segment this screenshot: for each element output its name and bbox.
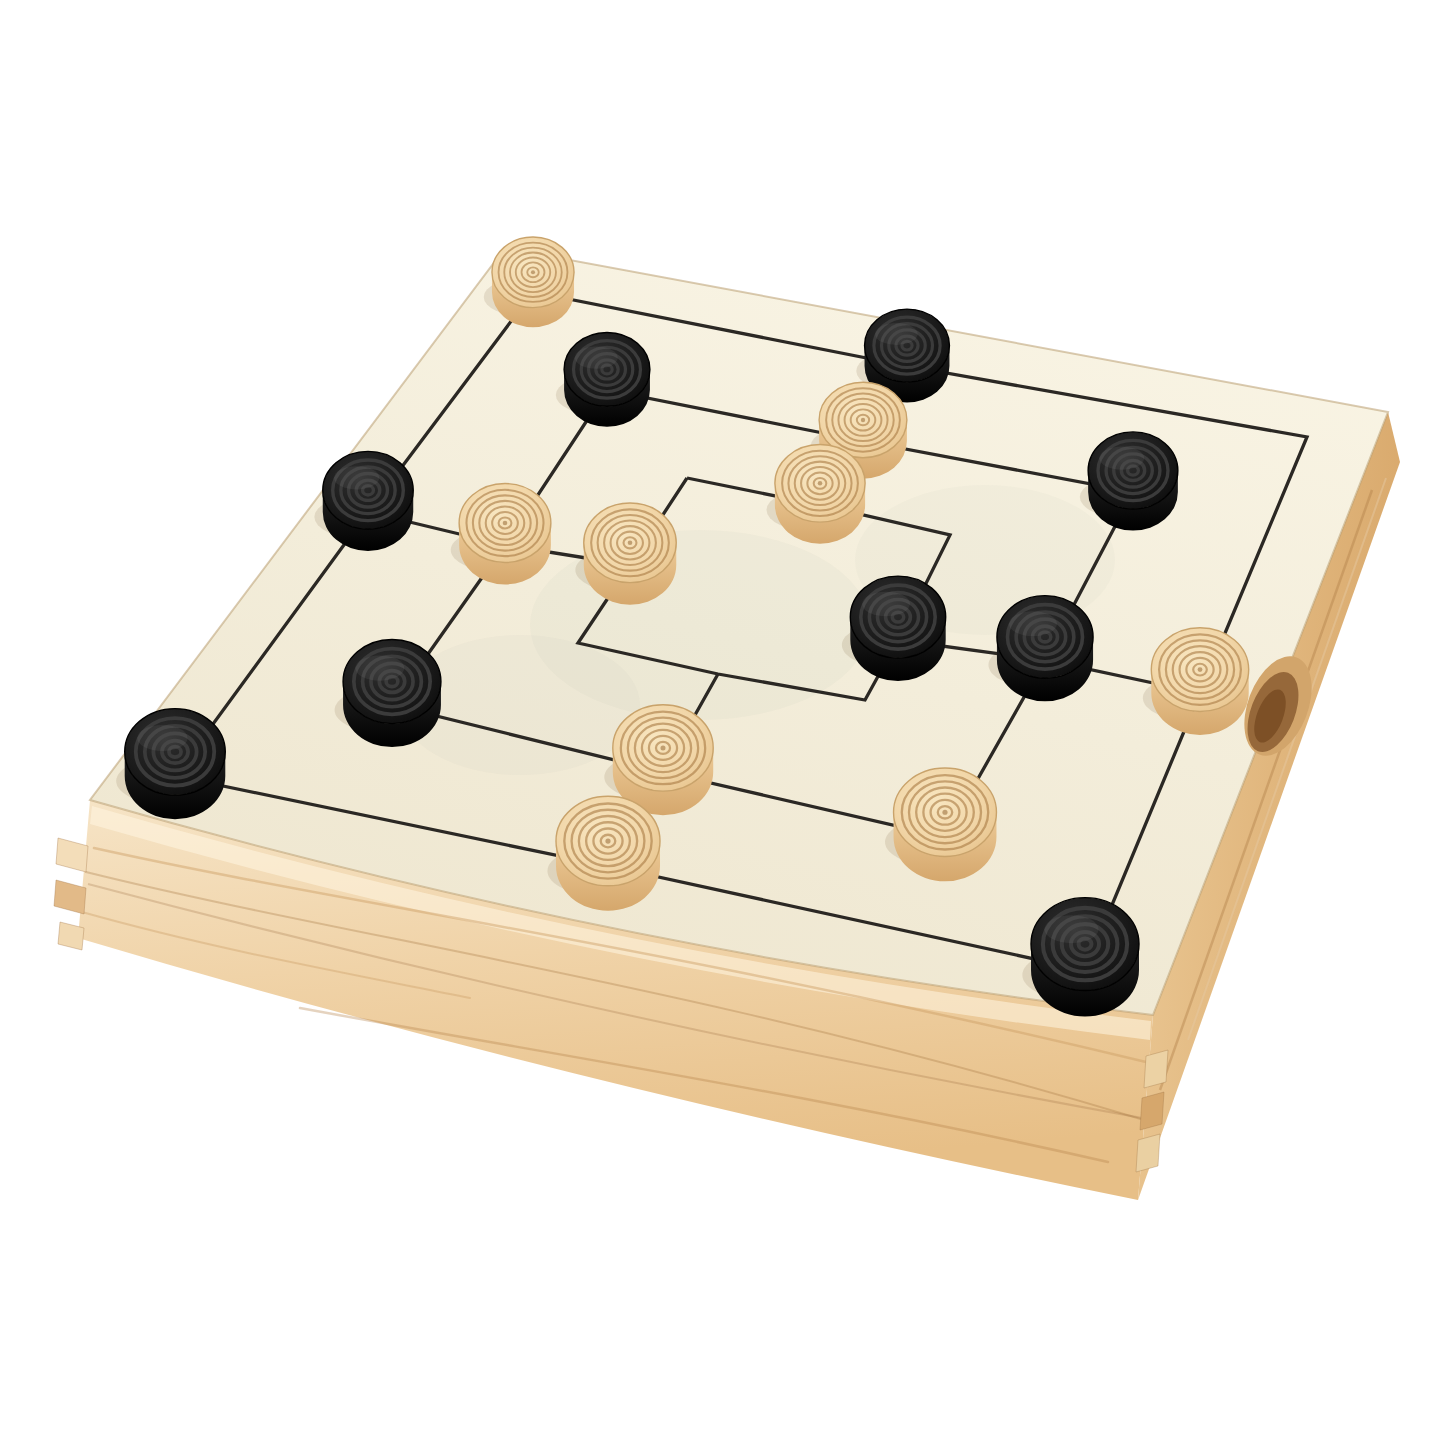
finger-joints-left	[54, 838, 88, 950]
product-photo	[0, 0, 1445, 1445]
morris-board-photo	[0, 0, 1445, 1445]
